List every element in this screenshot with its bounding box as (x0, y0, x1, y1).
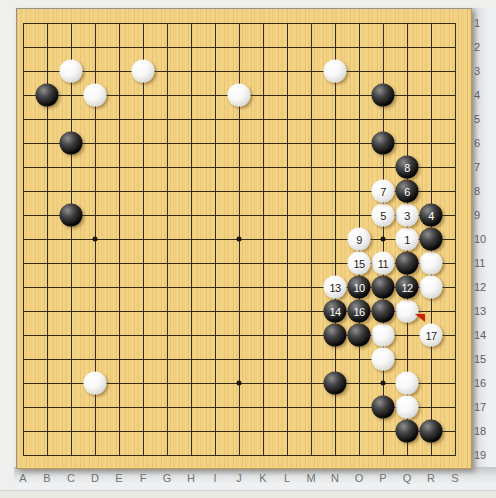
row-label-19: 19 (474, 449, 486, 461)
stone-O13: 16 (348, 300, 371, 323)
row-label-18: 18 (474, 425, 486, 437)
stone-O11: 15 (348, 252, 371, 275)
star-point-J16 (237, 381, 242, 386)
col-label-J: J (236, 472, 242, 484)
stone-P6 (372, 132, 395, 155)
col-label-K: K (259, 472, 266, 484)
row-label-7: 7 (474, 161, 480, 173)
last-move-marker (415, 314, 425, 322)
stone-C3 (60, 60, 83, 83)
star-point-D10 (93, 237, 98, 242)
col-label-F: F (140, 472, 147, 484)
row-label-15: 15 (474, 353, 486, 365)
stone-P4 (372, 84, 395, 107)
row-label-3: 3 (474, 65, 480, 77)
stone-B4 (36, 84, 59, 107)
stone-Q16 (396, 372, 419, 395)
move-number: 11 (378, 257, 388, 269)
window-bottom-edge (0, 490, 496, 498)
col-label-N: N (331, 472, 339, 484)
stone-R9: 4 (420, 204, 443, 227)
col-label-C: C (67, 472, 75, 484)
stone-R14: 17 (420, 324, 443, 347)
row-label-1: 1 (474, 17, 480, 29)
row-label-5: 5 (474, 113, 480, 125)
stone-P9: 5 (372, 204, 395, 227)
row-label-2: 2 (474, 41, 480, 53)
star-point-P10 (381, 237, 386, 242)
stone-P17 (372, 396, 395, 419)
stone-P8: 7 (372, 180, 395, 203)
stone-R11 (420, 252, 443, 275)
move-number: 8 (404, 161, 410, 173)
col-label-A: A (19, 472, 26, 484)
move-number: 7 (380, 185, 386, 197)
stone-O14 (348, 324, 371, 347)
stone-P14 (372, 324, 395, 347)
stone-Q18 (396, 420, 419, 443)
go-client-window: 134567891011121314151617 ABCDEFGHIJKLMNO… (0, 0, 496, 498)
stone-P12 (372, 276, 395, 299)
star-point-J10 (237, 237, 242, 242)
row-label-9: 9 (474, 209, 480, 221)
col-label-P: P (379, 472, 386, 484)
stone-R18 (420, 420, 443, 443)
row-labels-strip (470, 8, 496, 490)
star-point-P16 (381, 381, 386, 386)
stone-N12: 13 (324, 276, 347, 299)
stone-Q12: 12 (396, 276, 419, 299)
col-label-G: G (163, 472, 172, 484)
move-number: 4 (428, 209, 434, 221)
row-label-13: 13 (474, 305, 486, 317)
stone-Q17 (396, 396, 419, 419)
col-label-I: I (213, 472, 216, 484)
stone-Q10: 1 (396, 228, 419, 251)
stone-O12: 10 (348, 276, 371, 299)
stone-N14 (324, 324, 347, 347)
stone-N16 (324, 372, 347, 395)
stone-D16 (84, 372, 107, 395)
stone-D4 (84, 84, 107, 107)
col-label-L: L (284, 472, 290, 484)
col-label-S: S (451, 472, 458, 484)
row-label-11: 11 (474, 257, 485, 269)
row-label-16: 16 (474, 377, 486, 389)
col-label-M: M (306, 472, 315, 484)
col-label-R: R (427, 472, 435, 484)
col-label-E: E (115, 472, 122, 484)
stone-N13: 14 (324, 300, 347, 323)
move-number: 14 (329, 305, 340, 317)
row-label-17: 17 (474, 401, 486, 413)
stone-Q8: 6 (396, 180, 419, 203)
stone-C9 (60, 204, 83, 227)
stone-P13 (372, 300, 395, 323)
col-label-H: H (187, 472, 195, 484)
move-number: 10 (353, 281, 364, 293)
row-label-12: 12 (474, 281, 486, 293)
stone-J4 (228, 84, 251, 107)
move-number: 12 (401, 281, 412, 293)
move-number: 16 (353, 305, 364, 317)
stone-N3 (324, 60, 347, 83)
stone-P11: 11 (372, 252, 395, 275)
col-label-D: D (91, 472, 99, 484)
move-number: 13 (329, 281, 340, 293)
stone-R12 (420, 276, 443, 299)
move-number: 1 (404, 233, 410, 245)
move-number: 3 (404, 209, 410, 221)
stone-P15 (372, 348, 395, 371)
column-labels-strip (14, 467, 496, 490)
col-label-Q: Q (403, 472, 412, 484)
move-number: 17 (425, 329, 436, 341)
move-number: 5 (380, 209, 386, 221)
stone-Q9: 3 (396, 204, 419, 227)
stone-C6 (60, 132, 83, 155)
move-number: 6 (404, 185, 410, 197)
stone-Q7: 8 (396, 156, 419, 179)
row-label-6: 6 (474, 137, 480, 149)
row-label-4: 4 (474, 89, 480, 101)
stone-Q11 (396, 252, 419, 275)
row-label-14: 14 (474, 329, 486, 341)
stone-O10: 9 (348, 228, 371, 251)
col-label-B: B (43, 472, 50, 484)
row-label-10: 10 (474, 233, 486, 245)
move-number: 9 (356, 233, 362, 245)
move-number: 15 (353, 257, 364, 269)
stone-F3 (132, 60, 155, 83)
stone-R10 (420, 228, 443, 251)
row-label-8: 8 (474, 185, 480, 197)
col-label-O: O (355, 472, 364, 484)
